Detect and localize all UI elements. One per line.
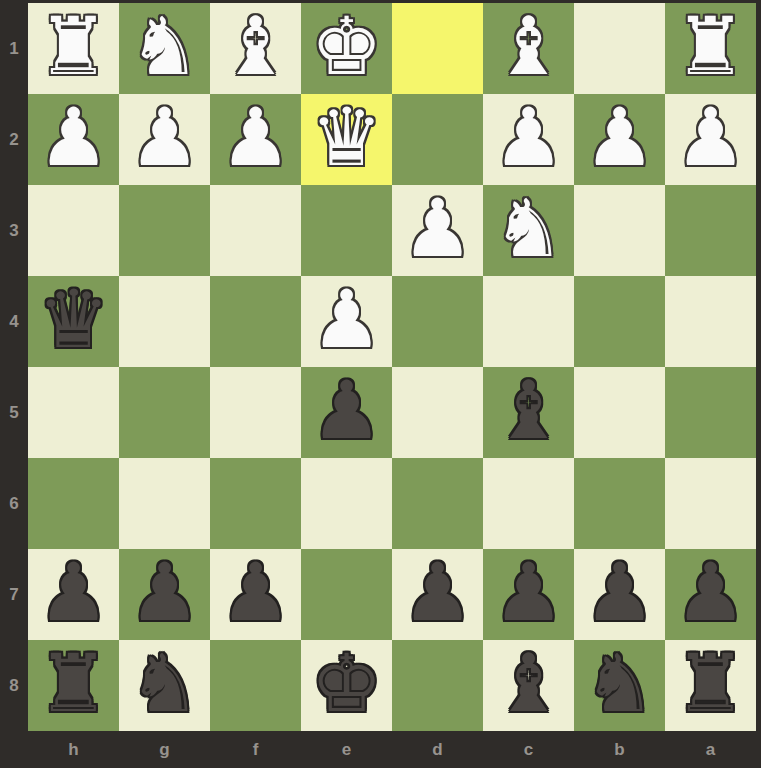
black-pawn[interactable]: ♟ — [675, 553, 747, 633]
square-b7[interactable]: ♟ — [574, 549, 665, 640]
rank-label-1: 1 — [0, 3, 28, 94]
file-label-h: h — [28, 733, 119, 768]
black-knight[interactable]: ♞ — [129, 644, 201, 724]
rank-label-6: 6 — [0, 458, 28, 549]
square-g7[interactable]: ♟ — [119, 549, 210, 640]
rank-label-5: 5 — [0, 367, 28, 458]
square-d6[interactable] — [392, 458, 483, 549]
square-e2[interactable]: ♛ — [301, 94, 392, 185]
white-pawn[interactable]: ♟ — [38, 98, 110, 178]
black-pawn[interactable]: ♟ — [402, 553, 474, 633]
white-knight[interactable]: ♞ — [129, 7, 201, 87]
white-queen[interactable]: ♛ — [311, 98, 383, 178]
black-queen[interactable]: ♛ — [38, 280, 110, 360]
square-b2[interactable]: ♟ — [574, 94, 665, 185]
square-d8[interactable] — [392, 640, 483, 731]
square-c8[interactable]: ♝ — [483, 640, 574, 731]
square-d3[interactable]: ♟ — [392, 185, 483, 276]
file-label-d: d — [392, 733, 483, 768]
square-f1[interactable]: ♝ — [210, 3, 301, 94]
file-label-g: g — [119, 733, 210, 768]
square-e6[interactable] — [301, 458, 392, 549]
square-a5[interactable] — [665, 367, 756, 458]
square-g1[interactable]: ♞ — [119, 3, 210, 94]
square-c3[interactable]: ♞ — [483, 185, 574, 276]
square-b6[interactable] — [574, 458, 665, 549]
square-c4[interactable] — [483, 276, 574, 367]
black-rook[interactable]: ♜ — [675, 644, 747, 724]
square-f4[interactable] — [210, 276, 301, 367]
square-a2[interactable]: ♟ — [665, 94, 756, 185]
black-pawn[interactable]: ♟ — [311, 371, 383, 451]
square-f5[interactable] — [210, 367, 301, 458]
square-f2[interactable]: ♟ — [210, 94, 301, 185]
square-c6[interactable] — [483, 458, 574, 549]
square-f7[interactable]: ♟ — [210, 549, 301, 640]
square-h6[interactable] — [28, 458, 119, 549]
file-label-f: f — [210, 733, 301, 768]
square-b4[interactable] — [574, 276, 665, 367]
file-label-c: c — [483, 733, 574, 768]
square-c5[interactable]: ♝ — [483, 367, 574, 458]
white-pawn[interactable]: ♟ — [311, 280, 383, 360]
white-knight[interactable]: ♞ — [493, 189, 565, 269]
black-pawn[interactable]: ♟ — [129, 553, 201, 633]
chess-board: ♜♞♝♚♝♜♟♟♟♛♟♟♟♟♞♛♟♟♝♟♟♟♟♟♟♟♜♞♚♝♞♜ — [28, 3, 756, 731]
white-king[interactable]: ♚ — [311, 7, 383, 87]
square-d7[interactable]: ♟ — [392, 549, 483, 640]
white-bishop[interactable]: ♝ — [220, 7, 292, 87]
white-pawn[interactable]: ♟ — [493, 98, 565, 178]
square-g8[interactable]: ♞ — [119, 640, 210, 731]
rank-label-2: 2 — [0, 94, 28, 185]
square-h1[interactable]: ♜ — [28, 3, 119, 94]
square-a4[interactable] — [665, 276, 756, 367]
square-h8[interactable]: ♜ — [28, 640, 119, 731]
square-d1[interactable] — [392, 3, 483, 94]
square-g6[interactable] — [119, 458, 210, 549]
square-a3[interactable] — [665, 185, 756, 276]
square-e1[interactable]: ♚ — [301, 3, 392, 94]
rank-label-7: 7 — [0, 549, 28, 640]
white-rook[interactable]: ♜ — [38, 7, 110, 87]
black-rook[interactable]: ♜ — [38, 644, 110, 724]
square-c1[interactable]: ♝ — [483, 3, 574, 94]
square-h5[interactable] — [28, 367, 119, 458]
black-pawn[interactable]: ♟ — [38, 553, 110, 633]
square-d2[interactable] — [392, 94, 483, 185]
square-c7[interactable]: ♟ — [483, 549, 574, 640]
square-h3[interactable] — [28, 185, 119, 276]
file-label-e: e — [301, 733, 392, 768]
rank-label-4: 4 — [0, 276, 28, 367]
square-a6[interactable] — [665, 458, 756, 549]
black-king[interactable]: ♚ — [311, 644, 383, 724]
file-label-a: a — [665, 733, 756, 768]
square-h7[interactable]: ♟ — [28, 549, 119, 640]
square-h4[interactable]: ♛ — [28, 276, 119, 367]
black-bishop[interactable]: ♝ — [493, 371, 565, 451]
square-g4[interactable] — [119, 276, 210, 367]
black-knight[interactable]: ♞ — [584, 644, 656, 724]
rank-label-3: 3 — [0, 185, 28, 276]
square-b5[interactable] — [574, 367, 665, 458]
white-pawn[interactable]: ♟ — [675, 98, 747, 178]
square-g2[interactable]: ♟ — [119, 94, 210, 185]
white-pawn[interactable]: ♟ — [584, 98, 656, 178]
rank-label-8: 8 — [0, 640, 28, 731]
square-g5[interactable] — [119, 367, 210, 458]
board-frame: ♜♞♝♚♝♜♟♟♟♛♟♟♟♟♞♛♟♟♝♟♟♟♟♟♟♟♜♞♚♝♞♜ 1234567… — [0, 0, 761, 768]
square-e4[interactable]: ♟ — [301, 276, 392, 367]
square-a7[interactable]: ♟ — [665, 549, 756, 640]
square-d5[interactable] — [392, 367, 483, 458]
black-pawn[interactable]: ♟ — [220, 553, 292, 633]
file-label-b: b — [574, 733, 665, 768]
square-e3[interactable] — [301, 185, 392, 276]
square-b8[interactable]: ♞ — [574, 640, 665, 731]
square-f3[interactable] — [210, 185, 301, 276]
square-a8[interactable]: ♜ — [665, 640, 756, 731]
white-pawn[interactable]: ♟ — [402, 189, 474, 269]
square-b3[interactable] — [574, 185, 665, 276]
square-g3[interactable] — [119, 185, 210, 276]
black-bishop[interactable]: ♝ — [493, 644, 565, 724]
square-e8[interactable]: ♚ — [301, 640, 392, 731]
square-d4[interactable] — [392, 276, 483, 367]
square-e7[interactable] — [301, 549, 392, 640]
white-pawn[interactable]: ♟ — [220, 98, 292, 178]
square-h2[interactable]: ♟ — [28, 94, 119, 185]
square-c2[interactable]: ♟ — [483, 94, 574, 185]
white-pawn[interactable]: ♟ — [129, 98, 201, 178]
white-rook[interactable]: ♜ — [675, 7, 747, 87]
square-f8[interactable] — [210, 640, 301, 731]
square-e5[interactable]: ♟ — [301, 367, 392, 458]
square-f6[interactable] — [210, 458, 301, 549]
white-bishop[interactable]: ♝ — [493, 7, 565, 87]
black-pawn[interactable]: ♟ — [493, 553, 565, 633]
square-a1[interactable]: ♜ — [665, 3, 756, 94]
square-b1[interactable] — [574, 3, 665, 94]
black-pawn[interactable]: ♟ — [584, 553, 656, 633]
